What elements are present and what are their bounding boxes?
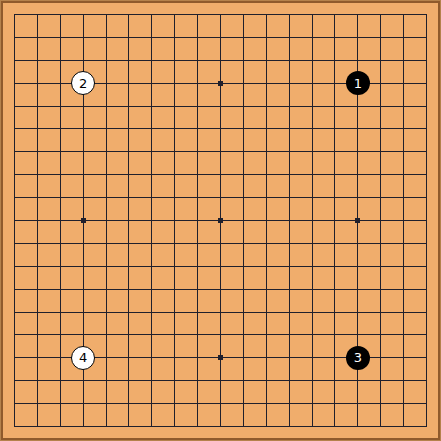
board-intersection[interactable] [392,186,415,209]
board-intersection[interactable] [232,232,255,255]
board-intersection[interactable] [301,117,324,140]
board-intersection[interactable] [186,140,209,163]
board-intersection[interactable] [278,278,301,301]
board-intersection[interactable] [209,26,232,49]
board-intersection[interactable] [3,346,26,369]
board-intersection[interactable] [255,415,278,438]
board-intersection[interactable] [117,324,140,347]
board-intersection[interactable] [140,163,163,186]
board-intersection[interactable] [301,95,324,118]
board-intersection[interactable] [415,232,438,255]
board-intersection[interactable] [278,186,301,209]
board-intersection[interactable] [163,301,186,324]
board-intersection[interactable] [346,209,369,232]
board-intersection[interactable] [415,72,438,95]
board-intersection[interactable]: 4 [72,346,95,369]
board-intersection[interactable] [95,117,118,140]
board-intersection[interactable] [49,26,72,49]
board-intersection[interactable] [117,232,140,255]
board-intersection[interactable] [3,255,26,278]
board-intersection[interactable] [72,26,95,49]
board-intersection[interactable] [117,255,140,278]
board-intersection[interactable] [324,415,347,438]
board-intersection[interactable] [186,255,209,278]
board-intersection[interactable] [415,3,438,26]
board-intersection[interactable] [346,163,369,186]
board-intersection[interactable] [3,72,26,95]
board-intersection[interactable] [369,232,392,255]
board-intersection[interactable] [163,392,186,415]
board-intersection[interactable] [117,117,140,140]
board-intersection[interactable] [163,232,186,255]
board-intersection[interactable] [255,26,278,49]
board-intersection[interactable] [72,232,95,255]
board-intersection[interactable] [301,392,324,415]
board-intersection[interactable] [369,117,392,140]
board-intersection[interactable] [95,301,118,324]
board-intersection[interactable] [117,209,140,232]
board-intersection[interactable] [3,163,26,186]
board-intersection[interactable] [163,415,186,438]
board-intersection[interactable] [72,415,95,438]
board-intersection[interactable] [163,163,186,186]
board-intersection[interactable] [140,72,163,95]
board-intersection[interactable] [324,49,347,72]
board-intersection[interactable] [72,49,95,72]
board-intersection[interactable] [278,232,301,255]
board-intersection[interactable] [346,369,369,392]
board-intersection[interactable] [209,186,232,209]
board-intersection[interactable] [140,232,163,255]
board-intersection[interactable] [163,117,186,140]
board-intersection[interactable] [3,209,26,232]
board-intersection[interactable] [163,209,186,232]
board-intersection[interactable] [255,49,278,72]
board-intersection[interactable] [255,209,278,232]
board-intersection[interactable] [324,186,347,209]
board-intersection[interactable] [255,255,278,278]
board-intersection[interactable] [140,209,163,232]
board-intersection[interactable] [415,369,438,392]
board-intersection[interactable] [392,163,415,186]
board-intersection[interactable] [209,346,232,369]
board-intersection[interactable] [415,117,438,140]
board-intersection[interactable] [209,163,232,186]
board-intersection[interactable] [301,163,324,186]
board-intersection[interactable] [232,415,255,438]
board-intersection[interactable] [186,117,209,140]
board-intersection[interactable] [346,278,369,301]
board-intersection[interactable] [49,301,72,324]
board-intersection[interactable] [117,369,140,392]
board-intersection[interactable] [95,209,118,232]
board-intersection[interactable] [278,72,301,95]
board-intersection[interactable] [3,49,26,72]
board-intersection[interactable] [3,26,26,49]
board-intersection[interactable] [324,232,347,255]
board-intersection[interactable] [278,209,301,232]
board-intersection[interactable] [163,255,186,278]
board-intersection[interactable] [95,140,118,163]
board-intersection[interactable] [3,140,26,163]
board-intersection[interactable] [140,415,163,438]
board-intersection[interactable] [301,72,324,95]
board-intersection[interactable] [392,209,415,232]
board-intersection[interactable] [95,255,118,278]
board-intersection[interactable] [301,255,324,278]
board-intersection[interactable] [26,346,49,369]
board-intersection[interactable] [26,255,49,278]
board-intersection[interactable] [415,255,438,278]
board-intersection[interactable] [415,301,438,324]
board-intersection[interactable] [278,255,301,278]
board-intersection[interactable] [72,3,95,26]
board-intersection[interactable] [301,232,324,255]
board-intersection[interactable] [369,324,392,347]
board-intersection[interactable] [3,186,26,209]
board-intersection[interactable] [209,255,232,278]
board-intersection[interactable] [117,278,140,301]
board-intersection[interactable] [369,186,392,209]
board-intersection[interactable] [369,255,392,278]
board-intersection[interactable] [95,415,118,438]
board-intersection[interactable] [232,255,255,278]
board-intersection[interactable] [369,415,392,438]
board-intersection[interactable] [209,415,232,438]
board-intersection[interactable] [209,209,232,232]
board-intersection[interactable] [392,95,415,118]
board-intersection[interactable] [301,209,324,232]
board-intersection[interactable] [26,117,49,140]
board-intersection[interactable] [392,140,415,163]
board-intersection[interactable] [95,232,118,255]
board-intersection[interactable] [72,301,95,324]
board-intersection[interactable] [324,117,347,140]
board-intersection[interactable] [95,346,118,369]
board-intersection[interactable] [117,415,140,438]
board-intersection[interactable] [301,415,324,438]
board-intersection[interactable] [186,301,209,324]
board-intersection[interactable] [49,346,72,369]
board-intersection[interactable] [3,392,26,415]
board-intersection[interactable] [72,117,95,140]
board-intersection[interactable] [369,95,392,118]
board-intersection[interactable] [392,255,415,278]
board-intersection[interactable] [117,95,140,118]
board-intersection[interactable] [369,369,392,392]
board-intersection[interactable] [186,415,209,438]
board-intersection[interactable] [140,3,163,26]
board-intersection[interactable] [163,95,186,118]
board-intersection[interactable] [117,140,140,163]
board-intersection[interactable] [117,163,140,186]
board-intersection[interactable] [392,392,415,415]
board-intersection[interactable] [346,392,369,415]
board-intersection[interactable] [415,392,438,415]
board-intersection[interactable] [49,369,72,392]
board-intersection[interactable] [346,324,369,347]
board-intersection[interactable] [278,392,301,415]
board-intersection[interactable] [301,324,324,347]
board-intersection[interactable] [392,369,415,392]
board-intersection[interactable] [163,324,186,347]
board-intersection[interactable] [232,346,255,369]
board-intersection[interactable] [117,392,140,415]
board-intersection[interactable] [278,140,301,163]
board-intersection[interactable] [26,3,49,26]
board-intersection[interactable] [301,186,324,209]
board-intersection[interactable] [95,26,118,49]
board-intersection[interactable] [186,232,209,255]
board-intersection[interactable] [26,369,49,392]
board-intersection[interactable] [324,392,347,415]
board-intersection[interactable] [415,95,438,118]
board-intersection[interactable] [301,26,324,49]
board-intersection[interactable] [209,49,232,72]
board-intersection[interactable] [140,140,163,163]
board-intersection[interactable] [278,301,301,324]
board-intersection[interactable] [301,301,324,324]
board-intersection[interactable] [26,140,49,163]
board-intersection[interactable] [346,3,369,26]
board-intersection[interactable] [49,415,72,438]
board-intersection[interactable] [278,49,301,72]
board-intersection[interactable] [140,117,163,140]
board-intersection[interactable] [95,369,118,392]
board-intersection[interactable] [415,209,438,232]
board-intersection[interactable] [392,324,415,347]
board-intersection[interactable] [49,392,72,415]
board-intersection[interactable] [346,415,369,438]
board-intersection[interactable] [255,3,278,26]
board-intersection[interactable] [49,232,72,255]
board-intersection[interactable] [26,209,49,232]
board-intersection[interactable] [186,26,209,49]
board-intersection[interactable] [301,49,324,72]
board-intersection[interactable] [278,26,301,49]
board-intersection[interactable] [232,26,255,49]
board-intersection[interactable] [369,26,392,49]
board-intersection[interactable] [232,95,255,118]
board-intersection[interactable] [209,72,232,95]
board-intersection[interactable] [232,392,255,415]
board-intersection[interactable] [72,369,95,392]
board-intersection[interactable] [140,324,163,347]
board-intersection[interactable] [324,255,347,278]
board-intersection[interactable]: 3 [346,346,369,369]
board-intersection[interactable] [26,72,49,95]
board-intersection[interactable] [392,278,415,301]
board-intersection[interactable] [3,3,26,26]
board-intersection[interactable] [140,95,163,118]
board-intersection[interactable] [140,346,163,369]
board-intersection[interactable] [3,301,26,324]
board-intersection[interactable] [369,278,392,301]
board-intersection[interactable] [72,140,95,163]
board-intersection[interactable] [324,369,347,392]
board-intersection[interactable] [369,346,392,369]
board-intersection[interactable] [186,278,209,301]
board-intersection[interactable] [117,186,140,209]
board-intersection[interactable] [72,186,95,209]
board-intersection[interactable] [186,346,209,369]
board-intersection[interactable] [392,346,415,369]
board-intersection[interactable] [232,186,255,209]
board-intersection[interactable] [163,140,186,163]
board-intersection[interactable] [3,117,26,140]
board-intersection[interactable] [72,209,95,232]
board-intersection[interactable] [278,369,301,392]
board-intersection[interactable] [49,186,72,209]
board-intersection[interactable] [209,369,232,392]
board-intersection[interactable] [346,186,369,209]
board-intersection[interactable] [369,49,392,72]
board-intersection[interactable] [255,140,278,163]
board-intersection[interactable] [255,346,278,369]
board-intersection[interactable] [186,95,209,118]
board-intersection[interactable] [186,369,209,392]
board-intersection[interactable] [255,301,278,324]
board-intersection[interactable] [186,49,209,72]
board-intersection[interactable] [346,117,369,140]
board-intersection[interactable] [415,415,438,438]
board-intersection[interactable] [26,301,49,324]
board-intersection[interactable] [255,324,278,347]
board-intersection[interactable] [415,186,438,209]
board-intersection[interactable]: 2 [72,72,95,95]
board-intersection[interactable] [232,163,255,186]
board-intersection[interactable] [324,163,347,186]
board-intersection[interactable] [49,324,72,347]
board-intersection[interactable] [324,324,347,347]
board-intersection[interactable] [95,49,118,72]
board-intersection[interactable] [163,3,186,26]
board-intersection[interactable] [255,186,278,209]
board-intersection[interactable] [369,140,392,163]
board-intersection[interactable] [186,163,209,186]
board-intersection[interactable] [209,301,232,324]
board-intersection[interactable] [95,163,118,186]
board-intersection[interactable] [209,140,232,163]
board-intersection[interactable] [346,255,369,278]
board-intersection[interactable] [278,95,301,118]
board-intersection[interactable] [232,72,255,95]
board-intersection[interactable] [255,392,278,415]
board-intersection[interactable] [163,26,186,49]
board-intersection[interactable] [117,26,140,49]
board-intersection[interactable] [209,392,232,415]
board-intersection[interactable] [26,95,49,118]
board-intersection[interactable] [72,163,95,186]
board-intersection[interactable] [95,186,118,209]
board-intersection[interactable] [255,117,278,140]
board-intersection[interactable] [72,324,95,347]
board-intersection[interactable] [140,49,163,72]
board-intersection[interactable] [392,72,415,95]
board-intersection[interactable] [163,186,186,209]
board-intersection[interactable] [232,140,255,163]
board-intersection[interactable] [301,140,324,163]
board-intersection[interactable] [26,163,49,186]
board-intersection[interactable] [117,49,140,72]
board-intersection[interactable] [209,3,232,26]
board-intersection[interactable] [49,95,72,118]
board-intersection[interactable] [3,278,26,301]
board-intersection[interactable] [232,324,255,347]
board-intersection[interactable] [301,346,324,369]
board-intersection[interactable] [369,392,392,415]
board-intersection[interactable] [117,301,140,324]
board-intersection[interactable] [163,278,186,301]
board-intersection[interactable] [3,369,26,392]
board-intersection[interactable] [209,324,232,347]
board-intersection[interactable] [278,3,301,26]
board-intersection[interactable] [26,49,49,72]
board-intersection[interactable] [415,346,438,369]
board-intersection[interactable] [324,209,347,232]
board-intersection[interactable] [49,117,72,140]
board-intersection[interactable] [49,278,72,301]
board-intersection[interactable] [95,95,118,118]
board-intersection[interactable] [26,232,49,255]
board-intersection[interactable] [369,3,392,26]
board-intersection[interactable] [415,163,438,186]
board-intersection[interactable] [3,415,26,438]
board-intersection[interactable] [117,346,140,369]
board-intersection[interactable] [301,3,324,26]
board-intersection[interactable] [3,232,26,255]
board-intersection[interactable] [415,26,438,49]
board-intersection[interactable] [140,369,163,392]
board-intersection[interactable] [324,95,347,118]
board-intersection[interactable]: 1 [346,72,369,95]
board-intersection[interactable] [209,95,232,118]
board-intersection[interactable] [72,255,95,278]
board-intersection[interactable] [95,278,118,301]
board-intersection[interactable] [72,392,95,415]
board-intersection[interactable] [301,369,324,392]
board-intersection[interactable] [26,324,49,347]
board-intersection[interactable] [186,186,209,209]
board-intersection[interactable] [232,278,255,301]
board-intersection[interactable] [324,278,347,301]
board-intersection[interactable] [3,324,26,347]
board-intersection[interactable] [301,278,324,301]
board-intersection[interactable] [49,49,72,72]
board-intersection[interactable] [140,392,163,415]
board-intersection[interactable] [186,324,209,347]
board-intersection[interactable] [369,209,392,232]
board-intersection[interactable] [278,324,301,347]
board-intersection[interactable] [95,392,118,415]
board-intersection[interactable] [95,324,118,347]
board-intersection[interactable] [324,72,347,95]
board-intersection[interactable] [255,232,278,255]
board-intersection[interactable] [255,278,278,301]
board-intersection[interactable] [140,186,163,209]
board-intersection[interactable] [346,140,369,163]
board-intersection[interactable] [392,3,415,26]
board-intersection[interactable] [324,26,347,49]
board-intersection[interactable] [324,3,347,26]
board-intersection[interactable] [209,232,232,255]
board-intersection[interactable] [49,255,72,278]
board-intersection[interactable] [26,415,49,438]
board-intersection[interactable] [415,278,438,301]
board-intersection[interactable] [49,3,72,26]
board-intersection[interactable] [255,95,278,118]
board-intersection[interactable] [209,278,232,301]
